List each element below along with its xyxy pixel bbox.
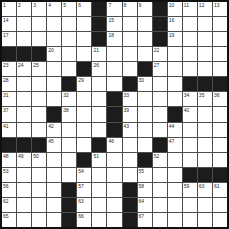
cell-r14c8[interactable] — [107, 198, 121, 212]
clue-number-40: 40 — [184, 107, 190, 113]
cell-r12c12[interactable] — [168, 168, 182, 182]
clue-number-44: 44 — [169, 123, 175, 129]
black-cell-r3c11 — [153, 32, 167, 46]
clue-number-58: 58 — [139, 183, 145, 189]
cell-r6c6[interactable]: 29 — [77, 77, 91, 91]
black-cell-r6c9 — [123, 77, 137, 91]
cell-r7c12[interactable] — [168, 92, 182, 106]
cell-r15c15[interactable] — [213, 213, 227, 227]
cell-r3c14[interactable] — [198, 32, 212, 46]
cell-r14c3[interactable] — [32, 198, 46, 212]
cell-r11c3[interactable]: 50 — [32, 153, 46, 167]
cell-r14c7[interactable] — [92, 198, 106, 212]
black-cell-r13c5 — [62, 183, 76, 197]
cell-r13c1[interactable]: 56 — [2, 183, 16, 197]
clue-number-11: 11 — [184, 2, 189, 8]
cell-r5c14[interactable] — [198, 62, 212, 76]
cell-r10c8[interactable]: 46 — [107, 138, 121, 152]
cell-r2c4[interactable] — [47, 17, 61, 31]
cell-r4c7[interactable]: 21 — [92, 47, 106, 61]
clue-number-17: 17 — [3, 32, 9, 38]
cell-r11c12[interactable] — [168, 153, 182, 167]
clue-number-37: 37 — [3, 107, 9, 113]
cell-r10c6[interactable] — [77, 138, 91, 152]
cell-r7c6[interactable] — [77, 92, 91, 106]
clue-number-28: 28 — [3, 77, 9, 83]
cell-r12c7[interactable] — [92, 168, 106, 182]
clue-number-54: 54 — [78, 168, 84, 174]
cell-r6c1[interactable]: 28 — [2, 77, 16, 91]
black-cell-r10c11 — [153, 138, 167, 152]
cell-r8c1[interactable]: 37 — [2, 107, 16, 121]
cell-r10c5[interactable] — [62, 138, 76, 152]
cell-r10c13[interactable] — [183, 138, 197, 152]
clue-number-53: 53 — [3, 168, 9, 174]
cell-r13c8[interactable] — [107, 183, 121, 197]
black-cell-r12c15 — [213, 168, 227, 182]
cell-r1c14[interactable]: 12 — [198, 2, 212, 16]
clue-number-57: 57 — [78, 183, 84, 189]
cell-r11c13[interactable] — [183, 153, 197, 167]
cell-r13c11[interactable] — [153, 183, 167, 197]
clue-number-48: 48 — [3, 153, 9, 159]
cell-r15c1[interactable]: 65 — [2, 213, 16, 227]
cell-r13c3[interactable] — [32, 183, 46, 197]
cell-r1c9[interactable]: 8 — [123, 2, 137, 16]
cell-r15c4[interactable] — [47, 213, 61, 227]
clue-number-19: 19 — [169, 32, 175, 38]
clue-number-24: 24 — [18, 62, 24, 68]
cell-r13c4[interactable] — [47, 183, 61, 197]
black-cell-r12c13 — [183, 168, 197, 182]
clue-number-63: 63 — [78, 198, 84, 204]
cell-r9c10[interactable] — [138, 123, 152, 137]
clue-number-22: 22 — [154, 47, 160, 53]
black-cell-r15c9 — [123, 213, 137, 227]
clue-number-36: 36 — [214, 92, 220, 98]
clue-number-32: 32 — [63, 92, 69, 98]
clue-number-42: 42 — [48, 123, 54, 129]
cell-r15c2[interactable] — [17, 213, 31, 227]
cell-r9c13[interactable] — [183, 123, 197, 137]
cell-r14c13[interactable] — [183, 198, 197, 212]
cell-r9c2[interactable] — [17, 123, 31, 137]
cell-r14c14[interactable] — [198, 198, 212, 212]
cell-r1c13[interactable]: 11 — [183, 2, 197, 16]
cell-r1c8[interactable]: 7 — [107, 2, 121, 16]
cell-r15c10[interactable]: 67 — [138, 213, 152, 227]
cell-r4c9[interactable] — [123, 47, 137, 61]
cell-r14c12[interactable] — [168, 198, 182, 212]
clue-number-23: 23 — [3, 62, 9, 68]
cell-r14c2[interactable] — [17, 198, 31, 212]
cell-r12c2[interactable] — [17, 168, 31, 182]
black-cell-r1c11 — [153, 2, 167, 16]
clue-number-14: 14 — [3, 17, 9, 23]
clue-number-20: 20 — [48, 47, 54, 53]
cell-r8c10[interactable] — [138, 107, 152, 121]
cell-r5c11[interactable]: 27 — [153, 62, 167, 76]
cell-r5c3[interactable]: 25 — [32, 62, 46, 76]
cell-r10c9[interactable] — [123, 138, 137, 152]
black-cell-r10c1 — [2, 138, 16, 152]
cell-r5c4[interactable] — [47, 62, 61, 76]
cell-r6c4[interactable] — [47, 77, 61, 91]
black-cell-r13c9 — [123, 183, 137, 197]
cell-r2c10[interactable] — [138, 17, 152, 31]
cell-r6c8[interactable] — [107, 77, 121, 91]
cell-r7c5[interactable]: 32 — [62, 92, 76, 106]
cell-r1c2[interactable]: 2 — [17, 2, 31, 16]
cell-r13c2[interactable] — [17, 183, 31, 197]
cell-r8c13[interactable]: 40 — [183, 107, 197, 121]
cell-r6c3[interactable] — [32, 77, 46, 91]
clue-number-67: 67 — [139, 213, 145, 219]
cell-r8c15[interactable] — [213, 107, 227, 121]
clue-number-52: 52 — [154, 153, 160, 159]
clue-number-10: 10 — [169, 2, 175, 8]
clue-number-60: 60 — [199, 183, 205, 189]
cell-r14c4[interactable] — [47, 198, 61, 212]
cell-r4c10[interactable] — [138, 47, 152, 61]
clue-number-9: 9 — [139, 2, 142, 8]
cell-r5c13[interactable] — [183, 62, 197, 76]
cell-r11c14[interactable] — [198, 153, 212, 167]
cell-r9c4[interactable]: 42 — [47, 123, 61, 137]
cell-r1c10[interactable]: 9 — [138, 2, 152, 16]
cell-r15c6[interactable]: 66 — [77, 213, 91, 227]
clue-number-62: 62 — [3, 198, 9, 204]
black-cell-r6c15 — [213, 77, 227, 91]
cell-r2c13[interactable] — [183, 17, 197, 31]
cell-r5c8[interactable] — [107, 62, 121, 76]
cell-r8c3[interactable] — [32, 107, 46, 121]
cell-r5c5[interactable] — [62, 62, 76, 76]
cell-r14c11[interactable] — [153, 198, 167, 212]
black-cell-r4c2 — [17, 47, 31, 61]
clue-number-1: 1 — [3, 2, 6, 8]
cell-r11c7[interactable]: 51 — [92, 153, 106, 167]
cell-r3c13[interactable] — [183, 32, 197, 46]
cell-r15c12[interactable] — [168, 213, 182, 227]
cell-r7c1[interactable]: 31 — [2, 92, 16, 106]
cell-r4c13[interactable] — [183, 47, 197, 61]
cell-r4c14[interactable] — [198, 47, 212, 61]
cell-r10c10[interactable] — [138, 138, 152, 152]
cell-r11c1[interactable]: 48 — [2, 153, 16, 167]
cell-r5c7[interactable]: 26 — [92, 62, 106, 76]
cell-r4c15[interactable] — [213, 47, 227, 61]
cell-r13c6[interactable]: 57 — [77, 183, 91, 197]
cell-r12c10[interactable]: 55 — [138, 168, 152, 182]
cell-r5c1[interactable]: 23 — [2, 62, 16, 76]
cell-r3c8[interactable]: 18 — [107, 32, 121, 46]
clue-number-31: 31 — [3, 92, 9, 98]
cell-r3c4[interactable] — [47, 32, 61, 46]
cell-r9c5[interactable] — [62, 123, 76, 137]
cell-r1c1[interactable]: 1 — [2, 2, 16, 16]
clue-number-25: 25 — [33, 62, 39, 68]
clue-number-2: 2 — [18, 2, 21, 8]
cell-r6c7[interactable] — [92, 77, 106, 91]
cell-r15c13[interactable] — [183, 213, 197, 227]
cell-r3c15[interactable] — [213, 32, 227, 46]
cell-r4c11[interactable]: 22 — [153, 47, 167, 61]
cell-r8c9[interactable]: 39 — [123, 107, 137, 121]
cell-r2c3[interactable] — [32, 17, 46, 31]
clue-number-51: 51 — [93, 153, 99, 159]
black-cell-r8c4 — [47, 107, 61, 121]
clue-number-45: 45 — [48, 138, 54, 144]
clue-number-39: 39 — [124, 107, 130, 113]
clue-number-3: 3 — [33, 2, 36, 8]
cell-r5c12[interactable] — [168, 62, 182, 76]
clue-number-12: 12 — [199, 2, 205, 8]
cell-r11c8[interactable] — [107, 153, 121, 167]
cell-r8c5[interactable]: 38 — [62, 107, 76, 121]
cell-r15c7[interactable] — [92, 213, 106, 227]
cell-r11c15[interactable] — [213, 153, 227, 167]
black-cell-r12c14 — [198, 168, 212, 182]
clue-number-61: 61 — [214, 183, 220, 189]
clue-number-15: 15 — [108, 17, 114, 23]
cell-r5c9[interactable] — [123, 62, 137, 76]
cell-r9c11[interactable] — [153, 123, 167, 137]
cell-r10c12[interactable]: 47 — [168, 138, 182, 152]
black-cell-r3c7 — [92, 32, 106, 46]
black-cell-r11c6 — [77, 153, 91, 167]
cell-r12c1[interactable]: 53 — [2, 168, 16, 182]
cell-r7c4[interactable] — [47, 92, 61, 106]
cell-r1c15[interactable]: 13 — [213, 2, 227, 16]
cell-r6c2[interactable] — [17, 77, 31, 91]
cell-r2c5[interactable] — [62, 17, 76, 31]
black-cell-r10c3 — [32, 138, 46, 152]
cell-r3c3[interactable] — [32, 32, 46, 46]
black-cell-r15c5 — [62, 213, 76, 227]
cell-r9c15[interactable] — [213, 123, 227, 137]
clue-number-29: 29 — [78, 77, 84, 83]
black-cell-r1c7 — [92, 2, 106, 16]
cell-r13c12[interactable] — [168, 183, 182, 197]
clue-number-7: 7 — [108, 2, 111, 8]
clue-number-41: 41 — [3, 123, 9, 129]
clue-number-5: 5 — [63, 2, 66, 8]
clue-number-21: 21 — [93, 47, 99, 53]
cell-r13c13[interactable]: 59 — [183, 183, 197, 197]
cell-r7c9[interactable]: 33 — [123, 92, 137, 106]
cell-r14c1[interactable]: 62 — [2, 198, 16, 212]
black-cell-r5c10 — [138, 62, 152, 76]
cell-r11c11[interactable]: 52 — [153, 153, 167, 167]
black-cell-r2c7 — [92, 17, 106, 31]
cell-r12c8[interactable] — [107, 168, 121, 182]
cell-r2c12[interactable]: 16 — [168, 17, 182, 31]
clue-number-66: 66 — [78, 213, 84, 219]
cell-r8c2[interactable] — [17, 107, 31, 121]
cell-r2c14[interactable] — [198, 17, 212, 31]
cell-r14c15[interactable] — [213, 198, 227, 212]
cell-r7c14[interactable]: 35 — [198, 92, 212, 106]
cell-r9c14[interactable] — [198, 123, 212, 137]
cell-r1c6[interactable]: 6 — [77, 2, 91, 16]
black-cell-r8c8 — [107, 107, 121, 121]
cell-r3c9[interactable] — [123, 32, 137, 46]
clue-number-16: 16 — [169, 17, 175, 23]
cell-r8c6[interactable] — [77, 107, 91, 121]
cell-r3c12[interactable]: 19 — [168, 32, 182, 46]
clue-number-6: 6 — [78, 2, 81, 8]
cell-r13c7[interactable] — [92, 183, 106, 197]
black-cell-r10c7 — [92, 138, 106, 152]
clue-number-18: 18 — [108, 32, 114, 38]
clue-number-47: 47 — [169, 138, 175, 144]
cell-r12c6[interactable]: 54 — [77, 168, 91, 182]
cell-r12c4[interactable] — [47, 168, 61, 182]
cell-r7c7[interactable] — [92, 92, 106, 106]
black-cell-r4c1 — [2, 47, 16, 61]
clue-number-50: 50 — [33, 153, 39, 159]
cell-r12c5[interactable] — [62, 168, 76, 182]
cell-r2c1[interactable]: 14 — [2, 17, 16, 31]
cell-r7c11[interactable] — [153, 92, 167, 106]
cell-r1c4[interactable]: 4 — [47, 2, 61, 16]
cell-r9c9[interactable]: 43 — [123, 123, 137, 137]
cell-r14c10[interactable]: 64 — [138, 198, 152, 212]
cell-r8c7[interactable] — [92, 107, 106, 121]
clue-number-30: 30 — [139, 77, 145, 83]
cell-r9c3[interactable] — [32, 123, 46, 137]
cell-r4c12[interactable] — [168, 47, 182, 61]
cell-r9c1[interactable]: 41 — [2, 123, 16, 137]
black-cell-r14c9 — [123, 198, 137, 212]
clue-number-64: 64 — [139, 198, 145, 204]
black-cell-r14c5 — [62, 198, 76, 212]
cell-r9c12[interactable]: 44 — [168, 123, 182, 137]
cell-r5c15[interactable] — [213, 62, 227, 76]
black-cell-r2c11 — [153, 17, 167, 31]
cell-r4c5[interactable] — [62, 47, 76, 61]
clue-number-8: 8 — [124, 2, 127, 8]
clue-number-56: 56 — [3, 183, 9, 189]
cell-r10c14[interactable] — [198, 138, 212, 152]
cell-r2c15[interactable] — [213, 17, 227, 31]
cell-r7c3[interactable] — [32, 92, 46, 106]
clue-number-46: 46 — [108, 138, 114, 144]
clue-number-4: 4 — [48, 2, 51, 8]
black-cell-r8c12 — [168, 107, 182, 121]
cell-r1c12[interactable]: 10 — [168, 2, 182, 16]
cell-r13c14[interactable]: 60 — [198, 183, 212, 197]
cell-r13c15[interactable]: 61 — [213, 183, 227, 197]
black-cell-r7c8 — [107, 92, 121, 106]
cell-r12c3[interactable] — [32, 168, 46, 182]
cell-r15c8[interactable] — [107, 213, 121, 227]
cell-r1c5[interactable]: 5 — [62, 2, 76, 16]
cell-r11c9[interactable] — [123, 153, 137, 167]
black-cell-r6c5 — [62, 77, 76, 91]
cell-r3c10[interactable] — [138, 32, 152, 46]
cell-r14c6[interactable]: 63 — [77, 198, 91, 212]
cell-r11c2[interactable]: 49 — [17, 153, 31, 167]
clue-number-26: 26 — [93, 62, 99, 68]
clue-number-33: 33 — [124, 92, 130, 98]
black-cell-r5c6 — [77, 62, 91, 76]
cell-r3c5[interactable] — [62, 32, 76, 46]
cell-r3c6[interactable] — [77, 32, 91, 46]
cell-r9c7[interactable] — [92, 123, 106, 137]
cell-r8c11[interactable] — [153, 107, 167, 121]
cell-r7c13[interactable]: 34 — [183, 92, 197, 106]
black-cell-r11c10 — [138, 153, 152, 167]
clue-number-27: 27 — [154, 62, 160, 68]
clue-number-43: 43 — [124, 123, 130, 129]
cell-r15c11[interactable] — [153, 213, 167, 227]
black-cell-r6c13 — [183, 77, 197, 91]
cell-r6c12[interactable] — [168, 77, 182, 91]
cell-r3c1[interactable]: 17 — [2, 32, 16, 46]
cell-r6c10[interactable]: 30 — [138, 77, 152, 91]
clue-number-59: 59 — [184, 183, 190, 189]
black-cell-r9c8 — [107, 123, 121, 137]
clue-number-65: 65 — [3, 213, 9, 219]
clue-number-13: 13 — [214, 2, 220, 8]
cell-r15c14[interactable] — [198, 213, 212, 227]
cell-r6c11[interactable] — [153, 77, 167, 91]
cell-r5c2[interactable]: 24 — [17, 62, 31, 76]
clue-number-38: 38 — [63, 107, 69, 113]
cell-r4c4[interactable]: 20 — [47, 47, 61, 61]
clue-number-34: 34 — [184, 92, 190, 98]
cell-r2c8[interactable]: 15 — [107, 17, 121, 31]
black-cell-r10c2 — [17, 138, 31, 152]
cell-r9c6[interactable] — [77, 123, 91, 137]
crossword-board: 1234567891011121314151617181920212223242… — [0, 0, 229, 229]
black-cell-r4c3 — [32, 47, 46, 61]
cell-r2c6[interactable] — [77, 17, 91, 31]
clue-number-49: 49 — [18, 153, 24, 159]
cell-r8c14[interactable] — [198, 107, 212, 121]
cell-r12c11[interactable] — [153, 168, 167, 182]
cell-r1c3[interactable]: 3 — [32, 2, 46, 16]
cell-r15c3[interactable] — [32, 213, 46, 227]
black-cell-r6c14 — [198, 77, 212, 91]
cell-r4c8[interactable] — [107, 47, 121, 61]
cell-r7c15[interactable]: 36 — [213, 92, 227, 106]
cell-r11c5[interactable] — [62, 153, 76, 167]
clue-number-35: 35 — [199, 92, 205, 98]
cell-r10c15[interactable] — [213, 138, 227, 152]
cell-r7c10[interactable] — [138, 92, 152, 106]
cell-r13c10[interactable]: 58 — [138, 183, 152, 197]
cell-r3c2[interactable] — [17, 32, 31, 46]
clue-number-55: 55 — [139, 168, 145, 174]
cell-r4c6[interactable] — [77, 47, 91, 61]
cell-r7c2[interactable] — [17, 92, 31, 106]
cell-r2c9[interactable] — [123, 17, 137, 31]
cell-r11c4[interactable] — [47, 153, 61, 167]
cell-r12c9[interactable] — [123, 168, 137, 182]
cell-r2c2[interactable] — [17, 17, 31, 31]
cell-r10c4[interactable]: 45 — [47, 138, 61, 152]
